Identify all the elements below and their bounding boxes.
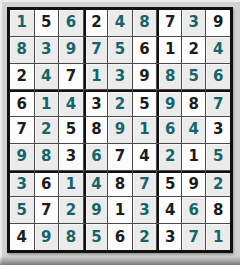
cell-r8c4[interactable]: 9: [84, 197, 108, 223]
cell-r5c4[interactable]: 8: [84, 117, 108, 143]
cell-r1c9[interactable]: 9: [206, 10, 230, 36]
cell-r6c8[interactable]: 1: [182, 144, 206, 170]
cell-r5c7[interactable]: 6: [157, 117, 181, 143]
cell-r4c2[interactable]: 1: [35, 90, 59, 116]
cell-r4c3[interactable]: 4: [59, 90, 83, 116]
cell-r2c8[interactable]: 2: [182, 37, 206, 63]
cell-r8c8[interactable]: 6: [182, 197, 206, 223]
cell-r4c5[interactable]: 2: [108, 90, 132, 116]
cell-r3c8[interactable]: 5: [182, 64, 206, 90]
cell-r9c6[interactable]: 2: [133, 224, 157, 250]
cell-r7c3[interactable]: 1: [59, 171, 83, 197]
cell-r1c6[interactable]: 8: [133, 10, 157, 36]
cell-r1c8[interactable]: 3: [182, 10, 206, 36]
cell-r4c1[interactable]: 6: [10, 90, 34, 116]
cell-r7c7[interactable]: 5: [157, 171, 181, 197]
cell-r1c3[interactable]: 6: [59, 10, 83, 36]
cell-r5c5[interactable]: 9: [108, 117, 132, 143]
cell-r5c6[interactable]: 1: [133, 117, 157, 143]
cell-r9c7[interactable]: 3: [157, 224, 181, 250]
cell-r2c3[interactable]: 9: [59, 37, 83, 63]
cell-r1c7[interactable]: 7: [157, 10, 181, 36]
cell-r5c3[interactable]: 5: [59, 117, 83, 143]
cell-r6c9[interactable]: 5: [206, 144, 230, 170]
cell-r7c6[interactable]: 7: [133, 171, 157, 197]
cell-r8c5[interactable]: 1: [108, 197, 132, 223]
cell-r4c7[interactable]: 9: [157, 90, 181, 116]
cell-r7c8[interactable]: 9: [182, 171, 206, 197]
cell-r6c4[interactable]: 6: [84, 144, 108, 170]
cell-r9c1[interactable]: 4: [10, 224, 34, 250]
cell-r1c1[interactable]: 1: [10, 10, 34, 36]
cell-r9c8[interactable]: 7: [182, 224, 206, 250]
cell-r3c6[interactable]: 9: [133, 64, 157, 90]
cell-r6c7[interactable]: 2: [157, 144, 181, 170]
cell-r6c5[interactable]: 7: [108, 144, 132, 170]
cell-r4c6[interactable]: 5: [133, 90, 157, 116]
cell-r9c2[interactable]: 9: [35, 224, 59, 250]
cell-r6c2[interactable]: 8: [35, 144, 59, 170]
cell-r2c6[interactable]: 6: [133, 37, 157, 63]
cell-r4c4[interactable]: 3: [84, 90, 108, 116]
cell-r7c2[interactable]: 6: [35, 171, 59, 197]
cell-r2c5[interactable]: 5: [108, 37, 132, 63]
cell-r9c3[interactable]: 8: [59, 224, 83, 250]
cell-r9c4[interactable]: 5: [84, 224, 108, 250]
cell-r4c9[interactable]: 7: [206, 90, 230, 116]
cell-r4c8[interactable]: 8: [182, 90, 206, 116]
cell-r5c2[interactable]: 2: [35, 117, 59, 143]
cell-r6c3[interactable]: 3: [59, 144, 83, 170]
cell-r3c2[interactable]: 4: [35, 64, 59, 90]
cell-r3c4[interactable]: 1: [84, 64, 108, 90]
cell-r1c2[interactable]: 5: [35, 10, 59, 36]
cell-r1c4[interactable]: 2: [84, 10, 108, 36]
cell-r7c9[interactable]: 2: [206, 171, 230, 197]
cell-r3c9[interactable]: 6: [206, 64, 230, 90]
cell-r1c5[interactable]: 4: [108, 10, 132, 36]
cell-r8c9[interactable]: 8: [206, 197, 230, 223]
cell-r3c7[interactable]: 8: [157, 64, 181, 90]
cell-r2c4[interactable]: 7: [84, 37, 108, 63]
cell-r8c1[interactable]: 5: [10, 197, 34, 223]
cell-r7c4[interactable]: 4: [84, 171, 108, 197]
cell-r9c9[interactable]: 1: [206, 224, 230, 250]
cell-r6c6[interactable]: 4: [133, 144, 157, 170]
cell-r9c5[interactable]: 6: [108, 224, 132, 250]
cell-r5c8[interactable]: 4: [182, 117, 206, 143]
cell-r3c3[interactable]: 7: [59, 64, 83, 90]
cell-r2c7[interactable]: 1: [157, 37, 181, 63]
cell-r5c9[interactable]: 3: [206, 117, 230, 143]
cell-r2c1[interactable]: 8: [10, 37, 34, 63]
cell-r8c2[interactable]: 7: [35, 197, 59, 223]
cell-r2c9[interactable]: 4: [206, 37, 230, 63]
cell-r8c7[interactable]: 4: [157, 197, 181, 223]
sudoku-board: 1562487398397561242471398566143259877258…: [7, 7, 233, 253]
cell-r3c1[interactable]: 2: [10, 64, 34, 90]
cell-r7c1[interactable]: 3: [10, 171, 34, 197]
cell-r6c1[interactable]: 9: [10, 144, 34, 170]
cell-r5c1[interactable]: 7: [10, 117, 34, 143]
cell-r8c3[interactable]: 2: [59, 197, 83, 223]
sudoku-screen: 1562487398397561242471398566143259877258…: [0, 0, 240, 265]
cell-r3c5[interactable]: 3: [108, 64, 132, 90]
cell-r8c6[interactable]: 3: [133, 197, 157, 223]
cell-r2c2[interactable]: 3: [35, 37, 59, 63]
cell-r7c5[interactable]: 8: [108, 171, 132, 197]
